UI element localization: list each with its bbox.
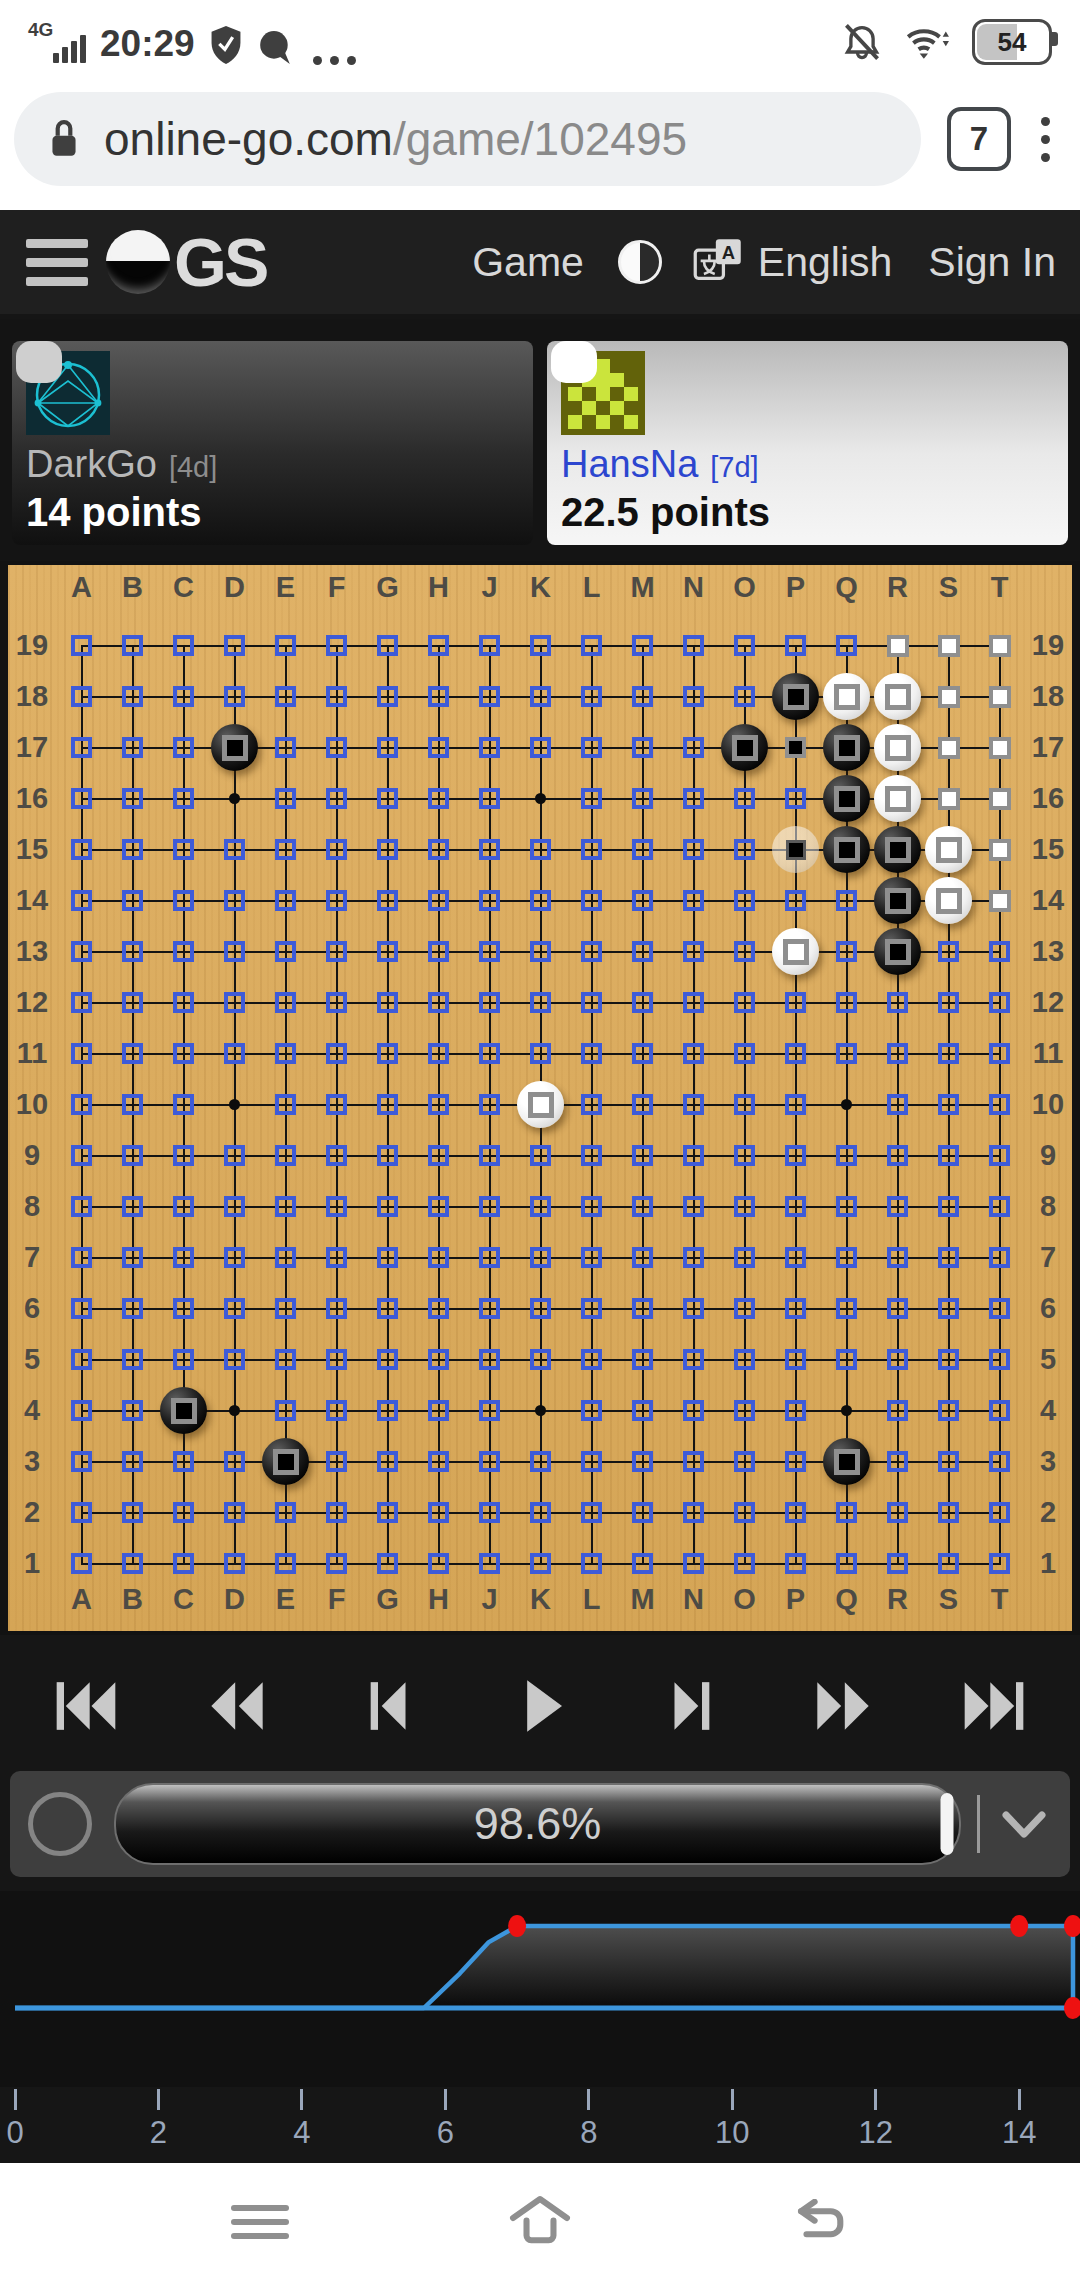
point-H19[interactable] [413,620,464,671]
point-K2[interactable] [515,1487,566,1538]
point-G4[interactable] [362,1385,413,1436]
point-N17[interactable] [668,722,719,773]
point-J6[interactable] [464,1283,515,1334]
point-E2[interactable] [260,1487,311,1538]
point-R15[interactable] [872,824,923,875]
point-H1[interactable] [413,1538,464,1589]
point-L16[interactable] [566,773,617,824]
point-N13[interactable] [668,926,719,977]
point-S6[interactable] [923,1283,974,1334]
point-J1[interactable] [464,1538,515,1589]
point-E18[interactable] [260,671,311,722]
point-R10[interactable] [872,1079,923,1130]
point-Q5[interactable] [821,1334,872,1385]
point-M2[interactable] [617,1487,668,1538]
nav-language[interactable]: English [758,239,892,286]
point-E6[interactable] [260,1283,311,1334]
point-N6[interactable] [668,1283,719,1334]
point-O17[interactable] [719,722,770,773]
point-A17[interactable] [56,722,107,773]
point-O18[interactable] [719,671,770,722]
winrate-graph[interactable] [0,1891,1080,2087]
point-G6[interactable] [362,1283,413,1334]
point-M19[interactable] [617,620,668,671]
fast-rewind-button[interactable] [191,1671,283,1741]
point-R13[interactable] [872,926,923,977]
point-R19[interactable] [872,620,923,671]
point-E17[interactable] [260,722,311,773]
point-T19[interactable] [974,620,1025,671]
point-M18[interactable] [617,671,668,722]
point-K7[interactable] [515,1232,566,1283]
point-G3[interactable] [362,1436,413,1487]
point-N5[interactable] [668,1334,719,1385]
point-N8[interactable] [668,1181,719,1232]
point-N1[interactable] [668,1538,719,1589]
browser-menu-button[interactable] [1037,113,1054,166]
point-D14[interactable] [209,875,260,926]
point-G1[interactable] [362,1538,413,1589]
point-C5[interactable] [158,1334,209,1385]
point-L18[interactable] [566,671,617,722]
back-icon[interactable] [780,2190,860,2254]
point-E14[interactable] [260,875,311,926]
point-P4[interactable] [770,1385,821,1436]
point-G9[interactable] [362,1130,413,1181]
point-E9[interactable] [260,1130,311,1181]
nav-game[interactable]: Game [472,239,584,286]
point-O3[interactable] [719,1436,770,1487]
point-Q6[interactable] [821,1283,872,1334]
point-N3[interactable] [668,1436,719,1487]
point-O1[interactable] [719,1538,770,1589]
recents-menu-icon[interactable] [220,2190,300,2254]
point-A6[interactable] [56,1283,107,1334]
point-B17[interactable] [107,722,158,773]
point-H17[interactable] [413,722,464,773]
address-bar[interactable]: online-go.com/game/102495 [14,92,921,186]
point-D4[interactable] [209,1385,260,1436]
point-D10[interactable] [209,1079,260,1130]
point-K1[interactable] [515,1538,566,1589]
point-E3[interactable] [260,1436,311,1487]
point-P12[interactable] [770,977,821,1028]
point-H5[interactable] [413,1334,464,1385]
point-D16[interactable] [209,773,260,824]
point-P17[interactable] [770,722,821,773]
point-F18[interactable] [311,671,362,722]
point-J7[interactable] [464,1232,515,1283]
point-D7[interactable] [209,1232,260,1283]
point-O13[interactable] [719,926,770,977]
point-T8[interactable] [974,1181,1025,1232]
point-S10[interactable] [923,1079,974,1130]
menu-icon[interactable] [24,233,90,292]
point-A2[interactable] [56,1487,107,1538]
point-B7[interactable] [107,1232,158,1283]
point-D2[interactable] [209,1487,260,1538]
point-H18[interactable] [413,671,464,722]
point-K17[interactable] [515,722,566,773]
point-Q17[interactable] [821,722,872,773]
point-E15[interactable] [260,824,311,875]
point-O11[interactable] [719,1028,770,1079]
point-Q4[interactable] [821,1385,872,1436]
translate-icon[interactable]: A [692,237,744,287]
point-Q8[interactable] [821,1181,872,1232]
point-L14[interactable] [566,875,617,926]
point-O5[interactable] [719,1334,770,1385]
point-N7[interactable] [668,1232,719,1283]
point-R17[interactable] [872,722,923,773]
point-L7[interactable] [566,1232,617,1283]
point-F3[interactable] [311,1436,362,1487]
point-S14[interactable] [923,875,974,926]
point-G15[interactable] [362,824,413,875]
point-K11[interactable] [515,1028,566,1079]
point-R1[interactable] [872,1538,923,1589]
point-P18[interactable] [770,671,821,722]
point-C11[interactable] [158,1028,209,1079]
point-R5[interactable] [872,1334,923,1385]
point-G5[interactable] [362,1334,413,1385]
point-A10[interactable] [56,1079,107,1130]
point-P14[interactable] [770,875,821,926]
point-K16[interactable] [515,773,566,824]
point-H2[interactable] [413,1487,464,1538]
point-E1[interactable] [260,1538,311,1589]
point-T12[interactable] [974,977,1025,1028]
point-J9[interactable] [464,1130,515,1181]
point-S13[interactable] [923,926,974,977]
point-O2[interactable] [719,1487,770,1538]
step-back-button[interactable] [343,1671,435,1741]
point-R7[interactable] [872,1232,923,1283]
point-C18[interactable] [158,671,209,722]
point-K15[interactable] [515,824,566,875]
point-P3[interactable] [770,1436,821,1487]
point-O6[interactable] [719,1283,770,1334]
point-D3[interactable] [209,1436,260,1487]
point-O12[interactable] [719,977,770,1028]
point-F10[interactable] [311,1079,362,1130]
point-P15[interactable] [770,824,821,875]
step-forward-button[interactable] [645,1671,737,1741]
point-D15[interactable] [209,824,260,875]
point-E13[interactable] [260,926,311,977]
point-K8[interactable] [515,1181,566,1232]
point-N4[interactable] [668,1385,719,1436]
point-G13[interactable] [362,926,413,977]
point-L17[interactable] [566,722,617,773]
point-R3[interactable] [872,1436,923,1487]
point-E19[interactable] [260,620,311,671]
point-S12[interactable] [923,977,974,1028]
point-M4[interactable] [617,1385,668,1436]
point-F2[interactable] [311,1487,362,1538]
point-F14[interactable] [311,875,362,926]
point-D8[interactable] [209,1181,260,1232]
point-A11[interactable] [56,1028,107,1079]
point-H13[interactable] [413,926,464,977]
point-J10[interactable] [464,1079,515,1130]
point-S11[interactable] [923,1028,974,1079]
point-H15[interactable] [413,824,464,875]
point-H10[interactable] [413,1079,464,1130]
point-S15[interactable] [923,824,974,875]
point-M16[interactable] [617,773,668,824]
point-D19[interactable] [209,620,260,671]
brand-text[interactable]: GS [174,223,266,301]
point-A18[interactable] [56,671,107,722]
point-B18[interactable] [107,671,158,722]
point-L8[interactable] [566,1181,617,1232]
point-F15[interactable] [311,824,362,875]
point-S19[interactable] [923,620,974,671]
point-Q18[interactable] [821,671,872,722]
point-N2[interactable] [668,1487,719,1538]
point-J13[interactable] [464,926,515,977]
point-T4[interactable] [974,1385,1025,1436]
point-F5[interactable] [311,1334,362,1385]
point-Q11[interactable] [821,1028,872,1079]
point-F16[interactable] [311,773,362,824]
point-S5[interactable] [923,1334,974,1385]
point-T11[interactable] [974,1028,1025,1079]
tab-count-button[interactable]: 7 [947,107,1011,171]
point-C7[interactable] [158,1232,209,1283]
point-J5[interactable] [464,1334,515,1385]
point-L13[interactable] [566,926,617,977]
point-N16[interactable] [668,773,719,824]
point-D1[interactable] [209,1538,260,1589]
point-Q10[interactable] [821,1079,872,1130]
point-R16[interactable] [872,773,923,824]
point-H6[interactable] [413,1283,464,1334]
point-P6[interactable] [770,1283,821,1334]
point-T10[interactable] [974,1079,1025,1130]
point-G18[interactable] [362,671,413,722]
point-J11[interactable] [464,1028,515,1079]
point-L3[interactable] [566,1436,617,1487]
point-G12[interactable] [362,977,413,1028]
point-R6[interactable] [872,1283,923,1334]
point-B9[interactable] [107,1130,158,1181]
point-F1[interactable] [311,1538,362,1589]
point-K5[interactable] [515,1334,566,1385]
point-B5[interactable] [107,1334,158,1385]
point-G11[interactable] [362,1028,413,1079]
point-S18[interactable] [923,671,974,722]
nav-sign-in[interactable]: Sign In [928,239,1056,286]
point-C14[interactable] [158,875,209,926]
point-F4[interactable] [311,1385,362,1436]
point-C9[interactable] [158,1130,209,1181]
play-button[interactable] [494,1671,586,1741]
point-T5[interactable] [974,1334,1025,1385]
point-O8[interactable] [719,1181,770,1232]
point-F6[interactable] [311,1283,362,1334]
point-G14[interactable] [362,875,413,926]
point-S17[interactable] [923,722,974,773]
point-A16[interactable] [56,773,107,824]
point-S4[interactable] [923,1385,974,1436]
point-Q19[interactable] [821,620,872,671]
point-K13[interactable] [515,926,566,977]
point-Q2[interactable] [821,1487,872,1538]
point-R9[interactable] [872,1130,923,1181]
point-M1[interactable] [617,1538,668,1589]
point-B8[interactable] [107,1181,158,1232]
point-L1[interactable] [566,1538,617,1589]
point-K9[interactable] [515,1130,566,1181]
point-M14[interactable] [617,875,668,926]
point-S7[interactable] [923,1232,974,1283]
point-M8[interactable] [617,1181,668,1232]
point-D9[interactable] [209,1130,260,1181]
point-D11[interactable] [209,1028,260,1079]
point-T15[interactable] [974,824,1025,875]
point-C1[interactable] [158,1538,209,1589]
fast-forward-button[interactable] [797,1671,889,1741]
point-E10[interactable] [260,1079,311,1130]
point-A5[interactable] [56,1334,107,1385]
point-M17[interactable] [617,722,668,773]
point-L19[interactable] [566,620,617,671]
point-A9[interactable] [56,1130,107,1181]
point-C12[interactable] [158,977,209,1028]
point-H14[interactable] [413,875,464,926]
point-K18[interactable] [515,671,566,722]
point-O16[interactable] [719,773,770,824]
point-O19[interactable] [719,620,770,671]
point-J2[interactable] [464,1487,515,1538]
player-name-white[interactable]: HansNa [561,443,698,486]
point-H8[interactable] [413,1181,464,1232]
point-B19[interactable] [107,620,158,671]
point-B1[interactable] [107,1538,158,1589]
point-L10[interactable] [566,1079,617,1130]
point-H3[interactable] [413,1436,464,1487]
point-C16[interactable] [158,773,209,824]
point-P2[interactable] [770,1487,821,1538]
point-L11[interactable] [566,1028,617,1079]
point-G10[interactable] [362,1079,413,1130]
point-M9[interactable] [617,1130,668,1181]
point-H7[interactable] [413,1232,464,1283]
point-D17[interactable] [209,722,260,773]
point-F13[interactable] [311,926,362,977]
ogs-stone-logo-icon[interactable] [106,230,170,294]
point-H12[interactable] [413,977,464,1028]
point-J19[interactable] [464,620,515,671]
point-J18[interactable] [464,671,515,722]
point-S2[interactable] [923,1487,974,1538]
point-S8[interactable] [923,1181,974,1232]
point-K3[interactable] [515,1436,566,1487]
point-G19[interactable] [362,620,413,671]
point-E5[interactable] [260,1334,311,1385]
point-B10[interactable] [107,1079,158,1130]
point-J15[interactable] [464,824,515,875]
point-K6[interactable] [515,1283,566,1334]
point-Q3[interactable] [821,1436,872,1487]
point-O7[interactable] [719,1232,770,1283]
point-C3[interactable] [158,1436,209,1487]
point-O15[interactable] [719,824,770,875]
point-P5[interactable] [770,1334,821,1385]
point-T14[interactable] [974,875,1025,926]
point-N15[interactable] [668,824,719,875]
point-O10[interactable] [719,1079,770,1130]
point-H9[interactable] [413,1130,464,1181]
player-card-white[interactable]: HansNa [7d] 22.5 points [547,341,1068,545]
point-K12[interactable] [515,977,566,1028]
point-A3[interactable] [56,1436,107,1487]
point-T16[interactable] [974,773,1025,824]
point-S9[interactable] [923,1130,974,1181]
point-E12[interactable] [260,977,311,1028]
point-E8[interactable] [260,1181,311,1232]
point-Q16[interactable] [821,773,872,824]
point-Q13[interactable] [821,926,872,977]
point-F11[interactable] [311,1028,362,1079]
point-E7[interactable] [260,1232,311,1283]
point-D12[interactable] [209,977,260,1028]
point-C2[interactable] [158,1487,209,1538]
point-Q12[interactable] [821,977,872,1028]
point-S16[interactable] [923,773,974,824]
point-L9[interactable] [566,1130,617,1181]
point-A19[interactable] [56,620,107,671]
point-G7[interactable] [362,1232,413,1283]
point-G16[interactable] [362,773,413,824]
point-A1[interactable] [56,1538,107,1589]
point-S1[interactable] [923,1538,974,1589]
point-J17[interactable] [464,722,515,773]
point-D5[interactable] [209,1334,260,1385]
point-T17[interactable] [974,722,1025,773]
point-E16[interactable] [260,773,311,824]
point-H4[interactable] [413,1385,464,1436]
point-E4[interactable] [260,1385,311,1436]
point-J8[interactable] [464,1181,515,1232]
point-J4[interactable] [464,1385,515,1436]
point-F12[interactable] [311,977,362,1028]
point-N9[interactable] [668,1130,719,1181]
point-T7[interactable] [974,1232,1025,1283]
point-A13[interactable] [56,926,107,977]
point-P8[interactable] [770,1181,821,1232]
point-N19[interactable] [668,620,719,671]
point-L15[interactable] [566,824,617,875]
point-Q7[interactable] [821,1232,872,1283]
point-C10[interactable] [158,1079,209,1130]
point-M3[interactable] [617,1436,668,1487]
point-K14[interactable] [515,875,566,926]
point-A4[interactable] [56,1385,107,1436]
point-E11[interactable] [260,1028,311,1079]
point-M15[interactable] [617,824,668,875]
point-F7[interactable] [311,1232,362,1283]
point-B2[interactable] [107,1487,158,1538]
skip-last-button[interactable] [948,1671,1040,1741]
point-A15[interactable] [56,824,107,875]
point-T18[interactable] [974,671,1025,722]
point-M5[interactable] [617,1334,668,1385]
point-K19[interactable] [515,620,566,671]
point-P11[interactable] [770,1028,821,1079]
